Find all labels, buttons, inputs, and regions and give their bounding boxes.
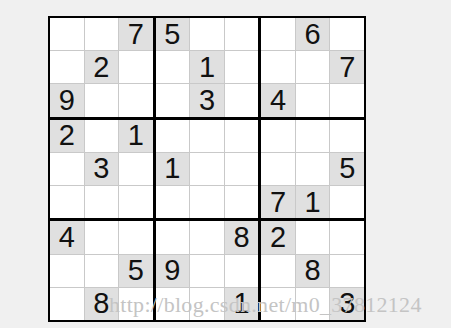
cell-r5c2[interactable]: 3	[85, 153, 119, 185]
cell-r5c1[interactable]	[50, 153, 84, 185]
cell-r1c4[interactable]: 5	[156, 18, 190, 50]
cell-r2c9[interactable]: 7	[330, 51, 364, 83]
given-digit: 8	[93, 289, 109, 318]
given-digit: 4	[270, 86, 286, 115]
cell-r9c4[interactable]	[156, 288, 190, 320]
cell-r8c6[interactable]	[225, 255, 259, 287]
box-2-1: 213	[50, 120, 153, 219]
cell-r8c1[interactable]	[50, 255, 84, 287]
cell-r5c8[interactable]	[296, 153, 330, 185]
cell-r7c2[interactable]	[85, 221, 119, 253]
cell-r3c2[interactable]	[85, 84, 119, 116]
given-digit: 2	[93, 53, 109, 82]
cell-r5c9[interactable]: 5	[330, 153, 364, 185]
cell-r6c8[interactable]: 1	[296, 186, 330, 218]
cell-r4c1[interactable]: 2	[50, 120, 84, 152]
cell-r3c5[interactable]: 3	[190, 84, 224, 116]
box-3-3: 283	[261, 221, 364, 320]
cell-r2c1[interactable]	[50, 51, 84, 83]
box-1-2: 513	[156, 18, 259, 117]
cell-r9c8[interactable]	[296, 288, 330, 320]
given-digit: 3	[339, 289, 355, 318]
cell-r7c8[interactable]	[296, 221, 330, 253]
given-digit: 3	[199, 86, 215, 115]
given-digit: 7	[270, 188, 286, 217]
given-digit: 2	[270, 223, 286, 252]
cell-r2c2[interactable]: 2	[85, 51, 119, 83]
given-digit: 5	[164, 20, 180, 49]
given-digit: 1	[164, 154, 180, 183]
box-2-2: 1	[156, 120, 259, 219]
given-digit: 9	[59, 86, 75, 115]
cell-r7c4[interactable]	[156, 221, 190, 253]
cell-r7c7[interactable]: 2	[261, 221, 295, 253]
cell-r1c7[interactable]	[261, 18, 295, 50]
cell-r9c6[interactable]: 1	[225, 288, 259, 320]
cell-r7c3[interactable]	[119, 221, 153, 253]
box-1-1: 729	[50, 18, 153, 117]
cell-r2c8[interactable]	[296, 51, 330, 83]
cell-r8c3[interactable]: 5	[119, 255, 153, 287]
box-1-3: 674	[261, 18, 364, 117]
cell-r6c2[interactable]	[85, 186, 119, 218]
given-digit: 8	[305, 256, 321, 285]
given-digit: 5	[128, 256, 144, 285]
cell-r2c4[interactable]	[156, 51, 190, 83]
cell-r9c9[interactable]: 3	[330, 288, 364, 320]
cell-r3c6[interactable]	[225, 84, 259, 116]
cell-r1c8[interactable]: 6	[296, 18, 330, 50]
cell-r8c4[interactable]: 9	[156, 255, 190, 287]
cell-r9c3[interactable]	[119, 288, 153, 320]
given-digit: 2	[59, 121, 75, 150]
cell-r8c7[interactable]	[261, 255, 295, 287]
cell-r4c8[interactable]	[296, 120, 330, 152]
given-digit: 1	[199, 53, 215, 82]
cell-r6c3[interactable]	[119, 186, 153, 218]
box-2-3: 571	[261, 120, 364, 219]
cell-r4c9[interactable]	[330, 120, 364, 152]
cell-r8c2[interactable]	[85, 255, 119, 287]
cell-r4c2[interactable]	[85, 120, 119, 152]
cell-r7c9[interactable]	[330, 221, 364, 253]
given-digit: 7	[339, 53, 355, 82]
cell-r6c4[interactable]	[156, 186, 190, 218]
cell-r8c5[interactable]	[190, 255, 224, 287]
given-digit: 8	[233, 223, 249, 252]
given-digit: 1	[233, 289, 249, 318]
given-digit: 7	[128, 20, 144, 49]
cell-r6c6[interactable]	[225, 186, 259, 218]
cell-r8c9[interactable]	[330, 255, 364, 287]
cell-r2c5[interactable]: 1	[190, 51, 224, 83]
cell-r1c9[interactable]	[330, 18, 364, 50]
given-digit: 5	[339, 154, 355, 183]
given-digit: 6	[305, 20, 321, 49]
given-digit: 9	[164, 256, 180, 285]
cell-r5c4[interactable]: 1	[156, 153, 190, 185]
cell-r4c7[interactable]	[261, 120, 295, 152]
cell-r3c9[interactable]	[330, 84, 364, 116]
given-digit: 4	[59, 223, 75, 252]
cell-r5c6[interactable]	[225, 153, 259, 185]
cell-r1c1[interactable]	[50, 18, 84, 50]
cell-r4c4[interactable]	[156, 120, 190, 152]
cell-r7c6[interactable]: 8	[225, 221, 259, 253]
cell-r8c8[interactable]: 8	[296, 255, 330, 287]
cell-r5c7[interactable]	[261, 153, 295, 185]
box-3-1: 458	[50, 221, 153, 320]
cell-r1c3[interactable]: 7	[119, 18, 153, 50]
cell-r3c4[interactable]	[156, 84, 190, 116]
cell-r9c1[interactable]	[50, 288, 84, 320]
given-digit: 1	[305, 188, 321, 217]
cell-r4c5[interactable]	[190, 120, 224, 152]
sudoku-puzzle-image: 7295136742131571458891283 http://blog.cs…	[0, 0, 451, 328]
cell-r2c3[interactable]	[119, 51, 153, 83]
cell-r6c7[interactable]: 7	[261, 186, 295, 218]
cell-r3c3[interactable]	[119, 84, 153, 116]
cell-r9c5[interactable]	[190, 288, 224, 320]
cell-r4c6[interactable]	[225, 120, 259, 152]
cell-r7c1[interactable]: 4	[50, 221, 84, 253]
cell-r6c5[interactable]	[190, 186, 224, 218]
cell-r6c9[interactable]	[330, 186, 364, 218]
box-3-2: 891	[156, 221, 259, 320]
cell-r4c3[interactable]: 1	[119, 120, 153, 152]
cell-r1c6[interactable]	[225, 18, 259, 50]
cell-r3c1[interactable]: 9	[50, 84, 84, 116]
cell-r5c3[interactable]	[119, 153, 153, 185]
cell-r2c6[interactable]	[225, 51, 259, 83]
given-digit: 3	[93, 154, 109, 183]
given-digit: 1	[128, 121, 144, 150]
cell-r5c5[interactable]	[190, 153, 224, 185]
cell-r9c2[interactable]: 8	[85, 288, 119, 320]
cell-r1c2[interactable]	[85, 18, 119, 50]
cell-r2c7[interactable]	[261, 51, 295, 83]
cell-r3c7[interactable]: 4	[261, 84, 295, 116]
cell-r3c8[interactable]	[296, 84, 330, 116]
cell-r7c5[interactable]	[190, 221, 224, 253]
cell-r9c7[interactable]	[261, 288, 295, 320]
sudoku-board: 7295136742131571458891283	[48, 16, 366, 322]
cell-r1c5[interactable]	[190, 18, 224, 50]
cell-r6c1[interactable]	[50, 186, 84, 218]
